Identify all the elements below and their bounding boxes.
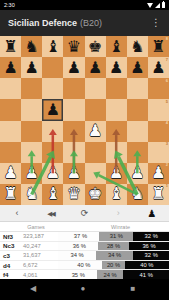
black-win-segment: 41 % bbox=[123, 270, 169, 279]
app-bar: Sicilian Defence (B20) ⋮ bbox=[0, 10, 169, 36]
black-pawn[interactable]: ♟ bbox=[127, 57, 148, 78]
square-b5[interactable] bbox=[21, 99, 42, 120]
white-king[interactable]: ♚ bbox=[85, 184, 106, 205]
games-column-header: Games bbox=[0, 224, 72, 230]
black-pawn[interactable]: ♟ bbox=[106, 57, 127, 78]
square-h1[interactable]: 1♜ bbox=[148, 184, 169, 205]
white-pawn[interactable]: ♟ bbox=[0, 163, 21, 184]
square-h2[interactable]: 2♟ bbox=[148, 163, 169, 184]
table-row[interactable]: c331,63734 %34 %32 % bbox=[0, 251, 169, 261]
square-g5[interactable] bbox=[127, 99, 148, 120]
rank-label: 2 bbox=[166, 163, 168, 167]
white-win-segment: 40 % bbox=[58, 261, 102, 270]
black-pawn[interactable]: ♟ bbox=[21, 57, 42, 78]
winrate-column-header: Winrate bbox=[72, 224, 169, 230]
white-win-segment: 37 % bbox=[58, 232, 99, 241]
square-a7[interactable]: ♟ bbox=[0, 57, 21, 78]
square-d4[interactable] bbox=[63, 121, 84, 142]
table-row[interactable]: d46,67240 %20 %40 % bbox=[0, 261, 169, 271]
square-g6[interactable] bbox=[127, 78, 148, 99]
square-g4[interactable] bbox=[127, 121, 148, 142]
rank-label: 6 bbox=[166, 79, 168, 83]
reset-button[interactable]: ⟳ bbox=[74, 209, 94, 218]
move-label: Nc3 bbox=[0, 242, 23, 251]
square-e4[interactable]: ♟ bbox=[85, 121, 106, 142]
square-h8[interactable]: 8♜ bbox=[148, 36, 169, 57]
square-d6[interactable] bbox=[63, 78, 84, 99]
signal-icon bbox=[155, 3, 160, 8]
rank-label: 5 bbox=[166, 100, 168, 104]
winrate-bar: 35 %24 %41 % bbox=[58, 270, 169, 279]
square-h4[interactable]: 4 bbox=[148, 121, 169, 142]
square-h7[interactable]: 7♟ bbox=[148, 57, 169, 78]
square-d3[interactable] bbox=[63, 142, 84, 163]
square-b8[interactable]: ♞ bbox=[21, 36, 42, 57]
square-h6[interactable]: 6 bbox=[148, 78, 169, 99]
square-d8[interactable]: ♛ bbox=[63, 36, 84, 57]
square-c3[interactable] bbox=[42, 142, 63, 163]
draw-segment: 24 % bbox=[97, 270, 124, 279]
eco-code: (B20) bbox=[80, 18, 102, 28]
overflow-menu-icon[interactable]: ⋮ bbox=[151, 18, 161, 28]
square-g2[interactable]: ♟ bbox=[127, 163, 148, 184]
white-bishop[interactable]: ♝ bbox=[42, 184, 63, 205]
square-e6[interactable] bbox=[85, 78, 106, 99]
square-c1[interactable]: ♝ bbox=[42, 184, 63, 205]
black-win-segment: 32 % bbox=[133, 251, 169, 260]
white-win-segment: 36 % bbox=[58, 242, 98, 251]
page-title: Sicilian Defence bbox=[8, 18, 77, 28]
winrate-bar: 34 %34 %32 % bbox=[58, 251, 169, 260]
rewind-to-start-button[interactable]: ◀◀ bbox=[41, 209, 61, 218]
draw-segment: 31 % bbox=[99, 232, 133, 241]
square-f5[interactable] bbox=[106, 99, 127, 120]
square-f4[interactable] bbox=[106, 121, 127, 142]
black-rook[interactable]: ♜ bbox=[0, 36, 21, 57]
square-e3[interactable] bbox=[85, 142, 106, 163]
square-c2[interactable]: ♟ bbox=[42, 163, 63, 184]
back-button[interactable]: ‹ bbox=[7, 209, 27, 218]
black-queen[interactable]: ♛ bbox=[63, 36, 84, 57]
moves-table: Nf3323,18737 %31 %32 %Nc340,24736 %28 %3… bbox=[0, 232, 169, 280]
status-bar: 2:30 bbox=[0, 0, 169, 10]
rank-label: 1 bbox=[166, 184, 168, 188]
table-row[interactable]: Nf3323,18737 %31 %32 % bbox=[0, 232, 169, 242]
white-queen[interactable]: ♛ bbox=[63, 184, 84, 205]
square-a8[interactable]: ♜ bbox=[0, 36, 21, 57]
black-knight[interactable]: ♞ bbox=[127, 36, 148, 57]
draw-segment: 34 % bbox=[96, 251, 134, 260]
nav-home-icon[interactable]: ● bbox=[77, 285, 89, 293]
wifi-icon bbox=[147, 3, 153, 8]
rank-label: 8 bbox=[166, 37, 168, 41]
games-count: 323,187 bbox=[23, 232, 58, 241]
black-pawn[interactable]: ♟ bbox=[42, 99, 63, 120]
move-label: c3 bbox=[0, 251, 23, 260]
square-e2[interactable] bbox=[85, 163, 106, 184]
square-b6[interactable] bbox=[21, 78, 42, 99]
move-label: d4 bbox=[0, 261, 23, 270]
black-pawn[interactable]: ♟ bbox=[0, 57, 21, 78]
square-d2[interactable]: ♟ bbox=[63, 163, 84, 184]
square-f1[interactable]: ♝ bbox=[106, 184, 127, 205]
square-a6[interactable] bbox=[0, 78, 21, 99]
move-toolbar: ‹ ◀◀ ⟳ › ♟ bbox=[0, 205, 169, 222]
square-e1[interactable]: ♚ bbox=[85, 184, 106, 205]
battery-icon bbox=[162, 2, 165, 8]
white-bishop[interactable]: ♝ bbox=[106, 184, 127, 205]
games-count: 4,061 bbox=[23, 270, 58, 279]
square-a1[interactable]: ♜ bbox=[0, 184, 21, 205]
square-c7[interactable] bbox=[42, 57, 63, 78]
square-h5[interactable]: 5 bbox=[148, 99, 169, 120]
square-a5[interactable] bbox=[0, 99, 21, 120]
clock: 2:30 bbox=[4, 2, 15, 8]
games-count: 40,247 bbox=[23, 242, 58, 251]
white-knight[interactable]: ♞ bbox=[21, 184, 42, 205]
white-pawn[interactable]: ♟ bbox=[85, 121, 106, 142]
rank-label: 3 bbox=[166, 142, 168, 146]
square-b4[interactable] bbox=[21, 121, 42, 142]
square-a4[interactable] bbox=[0, 121, 21, 142]
square-e5[interactable] bbox=[85, 99, 106, 120]
square-f2[interactable]: ♟ bbox=[106, 163, 127, 184]
square-c8[interactable]: ♝ bbox=[42, 36, 63, 57]
square-a2[interactable]: ♟ bbox=[0, 163, 21, 184]
table-row[interactable]: Nc340,24736 %28 %36 % bbox=[0, 242, 169, 252]
android-nav-bar: ◀ ● ■ bbox=[0, 279, 169, 300]
square-b1[interactable]: ♞ bbox=[21, 184, 42, 205]
square-b7[interactable]: ♟ bbox=[21, 57, 42, 78]
square-d5[interactable] bbox=[63, 99, 84, 120]
move-label: Nf3 bbox=[0, 232, 23, 241]
winrate-bar: 40 %20 %40 % bbox=[58, 261, 169, 270]
forward-button[interactable]: › bbox=[108, 209, 128, 218]
nav-recents-icon[interactable]: ■ bbox=[127, 285, 139, 293]
nav-back-icon[interactable]: ◀ bbox=[27, 285, 39, 293]
white-pawn[interactable]: ♟ bbox=[63, 163, 84, 184]
black-win-segment: 32 % bbox=[133, 232, 169, 241]
games-count: 6,672 bbox=[23, 261, 58, 270]
black-pawn[interactable]: ♟ bbox=[63, 57, 84, 78]
chess-board[interactable]: ♜♞♝♛♚♝♞8♜♟♟♟♟♟♟7♟6♟5♟43♟♟♟♟♟♟2♟♜♞♝♛♚♝♞1♜ bbox=[0, 36, 169, 205]
square-b2[interactable]: ♟ bbox=[21, 163, 42, 184]
square-g3[interactable] bbox=[127, 142, 148, 163]
square-d7[interactable]: ♟ bbox=[63, 57, 84, 78]
table-header: Games Winrate bbox=[0, 222, 169, 232]
white-pawn[interactable]: ♟ bbox=[21, 163, 42, 184]
square-e7[interactable]: ♟ bbox=[85, 57, 106, 78]
square-f6[interactable] bbox=[106, 78, 127, 99]
white-rook[interactable]: ♜ bbox=[0, 184, 21, 205]
white-win-segment: 34 % bbox=[58, 251, 96, 260]
square-f3[interactable] bbox=[106, 142, 127, 163]
square-d1[interactable]: ♛ bbox=[63, 184, 84, 205]
square-b3[interactable] bbox=[21, 142, 42, 163]
black-bishop[interactable]: ♝ bbox=[106, 36, 127, 57]
square-c4[interactable] bbox=[42, 121, 63, 142]
games-count: 31,637 bbox=[23, 251, 58, 260]
square-c6[interactable] bbox=[42, 78, 63, 99]
black-bishop[interactable]: ♝ bbox=[42, 36, 63, 57]
white-pawn[interactable]: ♟ bbox=[106, 163, 127, 184]
square-g8[interactable]: ♞ bbox=[127, 36, 148, 57]
square-e8[interactable]: ♚ bbox=[85, 36, 106, 57]
rank-label: 7 bbox=[166, 58, 168, 62]
white-knight[interactable]: ♞ bbox=[127, 184, 148, 205]
winrate-bar: 36 %28 %36 % bbox=[58, 242, 169, 251]
square-c5[interactable]: ♟ bbox=[42, 99, 63, 120]
white-win-segment: 35 % bbox=[58, 270, 97, 279]
draw-segment: 28 % bbox=[98, 242, 129, 251]
black-knight[interactable]: ♞ bbox=[21, 36, 42, 57]
square-g7[interactable]: ♟ bbox=[127, 57, 148, 78]
square-g1[interactable]: ♞ bbox=[127, 184, 148, 205]
white-pawn[interactable]: ♟ bbox=[127, 163, 148, 184]
draw-segment: 20 % bbox=[102, 261, 124, 270]
square-f8[interactable]: ♝ bbox=[106, 36, 127, 57]
white-pawn[interactable]: ♟ bbox=[42, 163, 63, 184]
black-king[interactable]: ♚ bbox=[85, 36, 106, 57]
square-f7[interactable]: ♟ bbox=[106, 57, 127, 78]
flip-side-pawn-icon[interactable]: ♟ bbox=[142, 209, 162, 218]
rank-label: 4 bbox=[166, 121, 168, 125]
move-label: f4 bbox=[0, 270, 23, 279]
winrate-bar: 37 %31 %32 % bbox=[58, 232, 169, 241]
black-win-segment: 40 % bbox=[125, 261, 169, 270]
square-h3[interactable]: 3 bbox=[148, 142, 169, 163]
black-win-segment: 36 % bbox=[129, 242, 169, 251]
black-pawn[interactable]: ♟ bbox=[85, 57, 106, 78]
phone-screen: 2:30 Sicilian Defence (B20) ⋮ ♜♞♝♛♚♝♞8♜♟… bbox=[0, 0, 169, 300]
square-a3[interactable] bbox=[0, 142, 21, 163]
